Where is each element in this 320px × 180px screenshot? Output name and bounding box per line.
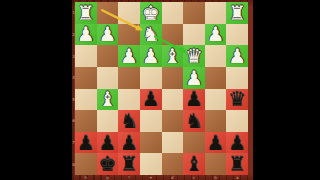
square-b6 bbox=[205, 110, 227, 132]
square-c6: ♞ bbox=[183, 110, 205, 132]
square-h6 bbox=[75, 110, 97, 132]
square-f1 bbox=[118, 2, 140, 24]
square-g2: ♟ bbox=[97, 24, 119, 46]
file-label-c: c bbox=[183, 175, 205, 180]
square-e4 bbox=[140, 67, 162, 89]
square-b2: ♟ bbox=[205, 24, 227, 46]
square-h2: ♟ bbox=[75, 24, 97, 46]
square-h8 bbox=[75, 153, 97, 175]
square-b7: ♟ bbox=[205, 132, 227, 154]
square-g4 bbox=[97, 67, 119, 89]
square-g5: ♝ bbox=[97, 89, 119, 111]
square-b1 bbox=[205, 2, 227, 24]
chess-board-frame: ♜♚♜♟♟♞♟♟♟♝♛♟♟♝♟♟♛♞♞♟♟♟♟♟♚♜♝♜ hgfedcba 12… bbox=[72, 0, 253, 180]
square-f4 bbox=[118, 67, 140, 89]
square-a5: ♛ bbox=[226, 89, 248, 111]
white-pawn: ♟ bbox=[98, 24, 116, 44]
file-label-h: h bbox=[75, 175, 97, 180]
white-pawn: ♟ bbox=[228, 46, 246, 66]
black-rook: ♜ bbox=[228, 154, 246, 174]
black-pawn: ♟ bbox=[142, 89, 160, 109]
black-pawn: ♟ bbox=[98, 132, 116, 152]
square-d7 bbox=[162, 132, 184, 154]
white-king: ♚ bbox=[142, 2, 160, 22]
square-h1: ♜ bbox=[75, 2, 97, 24]
black-bishop: ♝ bbox=[185, 154, 203, 174]
white-rook: ♜ bbox=[228, 2, 246, 22]
square-h4 bbox=[75, 67, 97, 89]
rank-label-8: 8 bbox=[72, 153, 75, 175]
square-c1 bbox=[183, 2, 205, 24]
square-g3 bbox=[97, 45, 119, 67]
square-h3 bbox=[75, 45, 97, 67]
square-b4 bbox=[205, 67, 227, 89]
file-labels: hgfedcba bbox=[75, 175, 248, 180]
white-pawn: ♟ bbox=[185, 67, 203, 87]
white-pawn: ♟ bbox=[120, 46, 138, 66]
square-f3: ♟ bbox=[118, 45, 140, 67]
rank-label-1: 1 bbox=[72, 2, 75, 24]
black-rook: ♜ bbox=[120, 154, 138, 174]
square-e5: ♟ bbox=[140, 89, 162, 111]
square-d3: ♝ bbox=[162, 45, 184, 67]
letterbox-right bbox=[253, 0, 320, 180]
black-queen: ♛ bbox=[228, 89, 246, 109]
black-pawn: ♟ bbox=[185, 89, 203, 109]
white-pawn: ♟ bbox=[207, 24, 225, 44]
square-h5 bbox=[75, 89, 97, 111]
white-pawn: ♟ bbox=[142, 46, 160, 66]
chess-video-frame: ♜♚♜♟♟♞♟♟♟♝♛♟♟♝♟♟♛♞♞♟♟♟♟♟♚♜♝♜ hgfedcba 12… bbox=[0, 0, 320, 180]
square-d8 bbox=[162, 153, 184, 175]
rank-label-5: 5 bbox=[72, 89, 75, 111]
file-label-g: g bbox=[97, 175, 119, 180]
black-pawn: ♟ bbox=[228, 132, 246, 152]
square-e8 bbox=[140, 153, 162, 175]
square-d4 bbox=[162, 67, 184, 89]
square-e6 bbox=[140, 110, 162, 132]
white-bishop: ♝ bbox=[98, 89, 116, 109]
square-c4: ♟ bbox=[183, 67, 205, 89]
file-label-b: b bbox=[205, 175, 227, 180]
file-label-d: d bbox=[162, 175, 184, 180]
square-g8: ♚ bbox=[97, 153, 119, 175]
black-pawn: ♟ bbox=[77, 132, 95, 152]
square-c7 bbox=[183, 132, 205, 154]
square-f6: ♞ bbox=[118, 110, 140, 132]
rank-label-7: 7 bbox=[72, 132, 75, 154]
square-a7: ♟ bbox=[226, 132, 248, 154]
black-pawn: ♟ bbox=[120, 132, 138, 152]
file-label-a: a bbox=[226, 175, 248, 180]
square-e1: ♚ bbox=[140, 2, 162, 24]
square-f5 bbox=[118, 89, 140, 111]
square-g6 bbox=[97, 110, 119, 132]
square-b3 bbox=[205, 45, 227, 67]
white-rook: ♜ bbox=[77, 2, 95, 22]
square-c2 bbox=[183, 24, 205, 46]
chess-board: ♜♚♜♟♟♞♟♟♟♝♛♟♟♝♟♟♛♞♞♟♟♟♟♟♚♜♝♜ bbox=[75, 2, 248, 175]
square-e2: ♞ bbox=[140, 24, 162, 46]
square-d6 bbox=[162, 110, 184, 132]
rank-label-4: 4 bbox=[72, 67, 75, 89]
black-king: ♚ bbox=[98, 154, 116, 174]
square-b5 bbox=[205, 89, 227, 111]
square-f2 bbox=[118, 24, 140, 46]
white-queen: ♛ bbox=[185, 46, 203, 66]
square-d5 bbox=[162, 89, 184, 111]
rank-label-6: 6 bbox=[72, 110, 75, 132]
black-knight: ♞ bbox=[120, 110, 138, 130]
rank-labels: 12345678 bbox=[72, 2, 75, 175]
rank-label-3: 3 bbox=[72, 45, 75, 67]
square-e7 bbox=[140, 132, 162, 154]
square-g7: ♟ bbox=[97, 132, 119, 154]
black-pawn: ♟ bbox=[207, 132, 225, 152]
square-a6 bbox=[226, 110, 248, 132]
square-b8 bbox=[205, 153, 227, 175]
square-a4 bbox=[226, 67, 248, 89]
square-a3: ♟ bbox=[226, 45, 248, 67]
file-label-f: f bbox=[118, 175, 140, 180]
square-c5: ♟ bbox=[183, 89, 205, 111]
white-bishop: ♝ bbox=[163, 46, 181, 66]
square-f7: ♟ bbox=[118, 132, 140, 154]
white-knight: ♞ bbox=[142, 24, 160, 44]
file-label-e: e bbox=[140, 175, 162, 180]
square-a2 bbox=[226, 24, 248, 46]
square-c3: ♛ bbox=[183, 45, 205, 67]
white-pawn: ♟ bbox=[77, 24, 95, 44]
black-knight: ♞ bbox=[185, 110, 203, 130]
square-d2 bbox=[162, 24, 184, 46]
square-e3: ♟ bbox=[140, 45, 162, 67]
square-c8: ♝ bbox=[183, 153, 205, 175]
square-a1: ♜ bbox=[226, 2, 248, 24]
letterbox-left bbox=[0, 0, 72, 180]
square-f8: ♜ bbox=[118, 153, 140, 175]
square-d1 bbox=[162, 2, 184, 24]
square-h7: ♟ bbox=[75, 132, 97, 154]
rank-label-2: 2 bbox=[72, 24, 75, 46]
square-g1 bbox=[97, 2, 119, 24]
square-a8: ♜ bbox=[226, 153, 248, 175]
